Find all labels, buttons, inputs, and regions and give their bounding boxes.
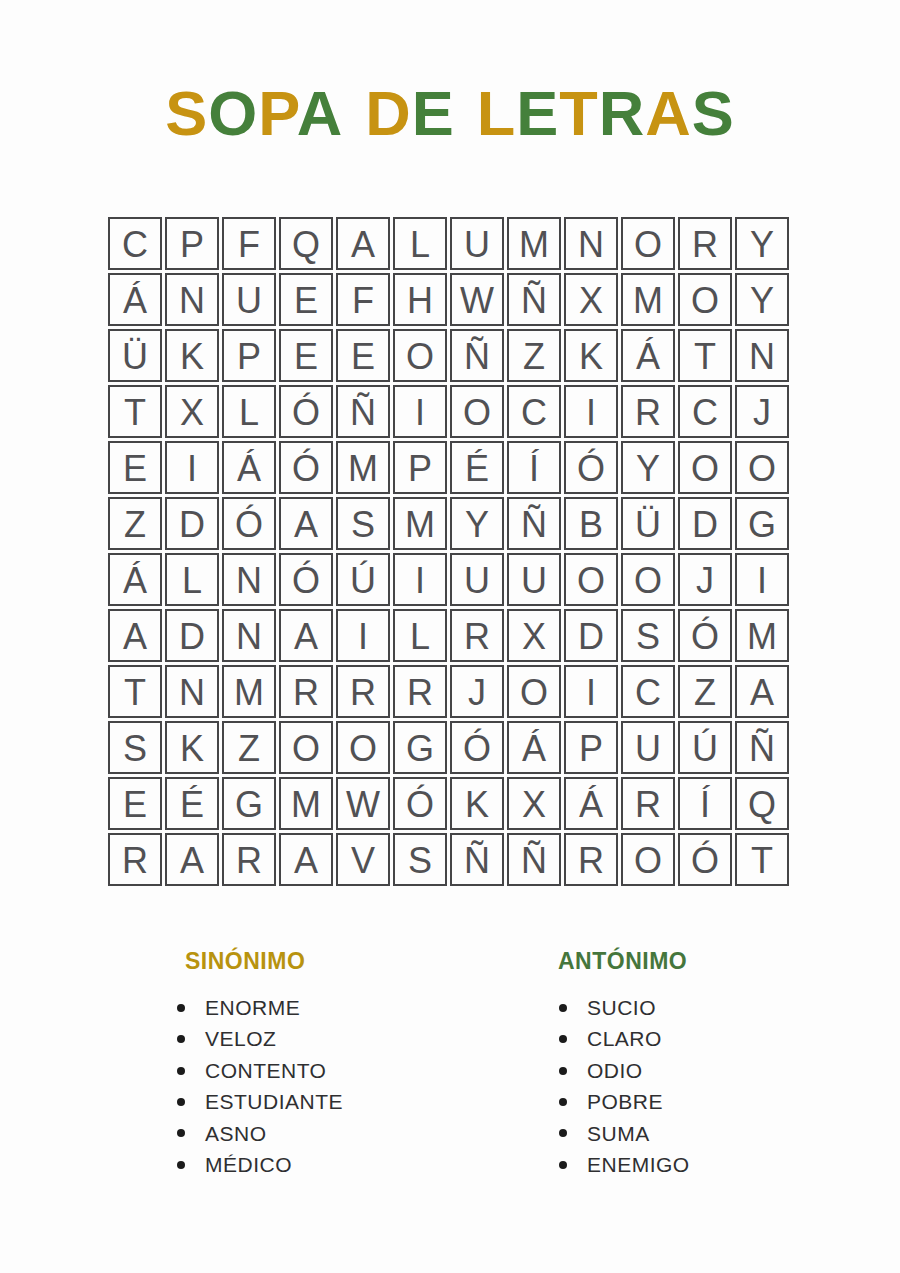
grid-cell-r12c2[interactable]: A	[165, 833, 219, 886]
grid-cell-r5c1[interactable]: E	[108, 441, 162, 494]
grid-cell-r2c2[interactable]: N	[165, 273, 219, 326]
grid-cell-r9c8[interactable]: O	[507, 665, 561, 718]
grid-cell-r4c11[interactable]: C	[678, 385, 732, 438]
grid-cell-r8c6[interactable]: L	[393, 609, 447, 662]
grid-cell-r9c5[interactable]: R	[336, 665, 390, 718]
grid-cell-r10c9[interactable]: P	[564, 721, 618, 774]
grid-cell-r12c10[interactable]: O	[621, 833, 675, 886]
grid-cell-r12c1[interactable]: R	[108, 833, 162, 886]
synonym-word: ASNO	[174, 1118, 343, 1149]
grid-cell-r11c7[interactable]: K	[450, 777, 504, 830]
grid-cell-r9c6[interactable]: R	[393, 665, 447, 718]
antonym-word: ODIO	[556, 1055, 690, 1086]
antonym-word-list: SUCIOCLAROODIOPOBRESUMAENEMIGO	[556, 992, 690, 1180]
grid-cell-r12c9[interactable]: R	[564, 833, 618, 886]
grid-cell-r2c7[interactable]: W	[450, 273, 504, 326]
grid-cell-r2c11[interactable]: O	[678, 273, 732, 326]
grid-cell-r11c4[interactable]: M	[279, 777, 333, 830]
grid-cell-r12c11[interactable]: Ó	[678, 833, 732, 886]
grid-cell-r4c8[interactable]: C	[507, 385, 561, 438]
grid-cell-r5c2[interactable]: I	[165, 441, 219, 494]
grid-cell-r3c1[interactable]: Ü	[108, 329, 162, 382]
title-letter: A	[645, 78, 692, 148]
grid-cell-r3c9[interactable]: K	[564, 329, 618, 382]
grid-cell-r8c12[interactable]: M	[735, 609, 789, 662]
grid-cell-r1c9[interactable]: N	[564, 217, 618, 270]
title-letter: E	[412, 78, 455, 148]
grid-cell-r2c4[interactable]: E	[279, 273, 333, 326]
grid-cell-r4c1[interactable]: T	[108, 385, 162, 438]
title-letter: S	[165, 78, 208, 148]
grid-cell-r8c4[interactable]: A	[279, 609, 333, 662]
word-search-grid: CPFQALUMNORYÁNUEFHWÑXMOYÜKPEEOÑZKÁTNTXLÓ…	[108, 217, 789, 886]
grid-cell-r2c9[interactable]: X	[564, 273, 618, 326]
grid-cell-r2c12[interactable]: Y	[735, 273, 789, 326]
grid-cell-r9c1[interactable]: T	[108, 665, 162, 718]
grid-cell-r8c9[interactable]: D	[564, 609, 618, 662]
grid-cell-r3c4[interactable]: E	[279, 329, 333, 382]
grid-cell-r8c2[interactable]: D	[165, 609, 219, 662]
grid-cell-r8c11[interactable]: Ó	[678, 609, 732, 662]
grid-cell-r7c2[interactable]: L	[165, 553, 219, 606]
grid-cell-r10c11[interactable]: Ú	[678, 721, 732, 774]
grid-cell-r4c2[interactable]: X	[165, 385, 219, 438]
grid-cell-r10c3[interactable]: Z	[222, 721, 276, 774]
grid-cell-r1c5[interactable]: A	[336, 217, 390, 270]
antonym-word: SUMA	[556, 1118, 690, 1149]
grid-cell-r10c6[interactable]: G	[393, 721, 447, 774]
grid-cell-r5c6[interactable]: P	[393, 441, 447, 494]
antonym-heading: ANTÓNIMO	[558, 948, 690, 975]
grid-cell-r8c7[interactable]: R	[450, 609, 504, 662]
grid-cell-r8c10[interactable]: S	[621, 609, 675, 662]
grid-cell-r10c10[interactable]: U	[621, 721, 675, 774]
grid-cell-r2c3[interactable]: U	[222, 273, 276, 326]
grid-cell-r11c2[interactable]: É	[165, 777, 219, 830]
grid-cell-r7c3[interactable]: N	[222, 553, 276, 606]
grid-cell-r5c7[interactable]: É	[450, 441, 504, 494]
grid-cell-r3c3[interactable]: P	[222, 329, 276, 382]
grid-cell-r6c12[interactable]: G	[735, 497, 789, 550]
grid-cell-r12c5[interactable]: V	[336, 833, 390, 886]
grid-cell-r4c5[interactable]: Ñ	[336, 385, 390, 438]
grid-cell-r4c4[interactable]: Ó	[279, 385, 333, 438]
synonym-word-list: ENORMEVELOZCONTENTOESTUDIANTEASNOMÉDICO	[174, 992, 343, 1180]
grid-cell-r3c2[interactable]: K	[165, 329, 219, 382]
grid-cell-r4c12[interactable]: J	[735, 385, 789, 438]
grid-cell-r12c8[interactable]: Ñ	[507, 833, 561, 886]
grid-cell-r10c1[interactable]: S	[108, 721, 162, 774]
grid-cell-r9c11[interactable]: Z	[678, 665, 732, 718]
grid-cell-r11c8[interactable]: X	[507, 777, 561, 830]
synonym-word: CONTENTO	[174, 1055, 343, 1086]
antonym-word: SUCIO	[556, 992, 690, 1023]
grid-cell-r11c9[interactable]: Á	[564, 777, 618, 830]
antonym-word: ENEMIGO	[556, 1149, 690, 1180]
grid-cell-r7c6[interactable]: I	[393, 553, 447, 606]
grid-cell-r6c10[interactable]: Ü	[621, 497, 675, 550]
grid-cell-r4c9[interactable]: I	[564, 385, 618, 438]
grid-cell-r10c8[interactable]: Á	[507, 721, 561, 774]
grid-cell-r5c3[interactable]: Á	[222, 441, 276, 494]
title-letter: A	[297, 78, 344, 148]
grid-cell-r1c3[interactable]: F	[222, 217, 276, 270]
grid-cell-r10c12[interactable]: Ñ	[735, 721, 789, 774]
antonym-word: CLARO	[556, 1023, 690, 1054]
grid-cell-r3c12[interactable]: N	[735, 329, 789, 382]
grid-cell-r6c7[interactable]: Y	[450, 497, 504, 550]
title-letter: E	[516, 78, 559, 148]
grid-cell-r6c5[interactable]: S	[336, 497, 390, 550]
grid-cell-r12c12[interactable]: T	[735, 833, 789, 886]
grid-cell-r8c3[interactable]: N	[222, 609, 276, 662]
grid-cell-r2c10[interactable]: M	[621, 273, 675, 326]
grid-cell-r7c7[interactable]: U	[450, 553, 504, 606]
grid-cell-r11c1[interactable]: E	[108, 777, 162, 830]
grid-cell-r8c1[interactable]: A	[108, 609, 162, 662]
grid-cell-r12c3[interactable]: R	[222, 833, 276, 886]
grid-cell-r1c11[interactable]: R	[678, 217, 732, 270]
title-letter: O	[208, 78, 258, 148]
antonym-word: POBRE	[556, 1086, 690, 1117]
grid-cell-r11c5[interactable]: W	[336, 777, 390, 830]
grid-cell-r11c11[interactable]: Í	[678, 777, 732, 830]
grid-cell-r5c10[interactable]: Y	[621, 441, 675, 494]
grid-cell-r9c3[interactable]: M	[222, 665, 276, 718]
grid-cell-r1c7[interactable]: U	[450, 217, 504, 270]
grid-cell-r11c6[interactable]: Ó	[393, 777, 447, 830]
grid-cell-r3c11[interactable]: T	[678, 329, 732, 382]
grid-cell-r5c11[interactable]: O	[678, 441, 732, 494]
grid-cell-r1c10[interactable]: O	[621, 217, 675, 270]
grid-cell-r11c10[interactable]: R	[621, 777, 675, 830]
grid-cell-r10c2[interactable]: K	[165, 721, 219, 774]
grid-cell-r4c6[interactable]: I	[393, 385, 447, 438]
grid-cell-r6c3[interactable]: Ó	[222, 497, 276, 550]
grid-cell-r9c12[interactable]: A	[735, 665, 789, 718]
grid-cell-r6c2[interactable]: D	[165, 497, 219, 550]
synonym-column: SINÓNIMO ENORMEVELOZCONTENTOESTUDIANTEAS…	[174, 948, 343, 1180]
synonym-word: MÉDICO	[174, 1149, 343, 1180]
grid-cell-r7c9[interactable]: O	[564, 553, 618, 606]
grid-cell-r8c8[interactable]: X	[507, 609, 561, 662]
grid-cell-r9c4[interactable]: R	[279, 665, 333, 718]
grid-cell-r3c5[interactable]: E	[336, 329, 390, 382]
grid-cell-r7c8[interactable]: U	[507, 553, 561, 606]
title-letter: L	[477, 78, 516, 148]
grid-cell-r11c3[interactable]: G	[222, 777, 276, 830]
grid-cell-r8c5[interactable]: I	[336, 609, 390, 662]
grid-cell-r2c5[interactable]: F	[336, 273, 390, 326]
grid-cell-r5c4[interactable]: Ó	[279, 441, 333, 494]
grid-cell-r2c6[interactable]: H	[393, 273, 447, 326]
grid-cell-r1c4[interactable]: Q	[279, 217, 333, 270]
grid-cell-r9c7[interactable]: J	[450, 665, 504, 718]
antonym-column: ANTÓNIMO SUCIOCLAROODIOPOBRESUMAENEMIGO	[556, 948, 690, 1180]
grid-cell-r7c5[interactable]: Ú	[336, 553, 390, 606]
grid-cell-r3c7[interactable]: Ñ	[450, 329, 504, 382]
synonym-word: ESTUDIANTE	[174, 1086, 343, 1117]
title-letter: D	[365, 78, 412, 148]
worksheet-page: SOPADELETRAS CPFQALUMNORYÁNUEFHWÑXMOYÜKP…	[0, 0, 900, 1273]
grid-cell-r4c7[interactable]: O	[450, 385, 504, 438]
grid-cell-r9c10[interactable]: C	[621, 665, 675, 718]
grid-cell-r10c5[interactable]: O	[336, 721, 390, 774]
grid-cell-r12c4[interactable]: A	[279, 833, 333, 886]
synonym-word: ENORME	[174, 992, 343, 1023]
grid-cell-r1c2[interactable]: P	[165, 217, 219, 270]
synonym-heading: SINÓNIMO	[185, 948, 343, 975]
title-letter: P	[258, 78, 296, 148]
grid-cell-r3c10[interactable]: Á	[621, 329, 675, 382]
grid-cell-r6c1[interactable]: Z	[108, 497, 162, 550]
grid-cell-r1c1[interactable]: C	[108, 217, 162, 270]
grid-cell-r12c7[interactable]: Ñ	[450, 833, 504, 886]
grid-cell-r3c8[interactable]: Z	[507, 329, 561, 382]
grid-cell-r7c12[interactable]: I	[735, 553, 789, 606]
grid-cell-r5c5[interactable]: M	[336, 441, 390, 494]
word-lists: SINÓNIMO ENORMEVELOZCONTENTOESTUDIANTEAS…	[0, 948, 900, 1208]
grid-cell-r6c4[interactable]: A	[279, 497, 333, 550]
grid-cell-r3c6[interactable]: O	[393, 329, 447, 382]
title-letter: S	[692, 78, 735, 148]
grid-cell-r6c9[interactable]: B	[564, 497, 618, 550]
grid-cell-r11c12[interactable]: Q	[735, 777, 789, 830]
grid-cell-r5c12[interactable]: O	[735, 441, 789, 494]
grid-cell-r10c7[interactable]: Ó	[450, 721, 504, 774]
title-letter: T	[559, 78, 598, 148]
grid-cell-r4c3[interactable]: L	[222, 385, 276, 438]
grid-cell-r10c4[interactable]: O	[279, 721, 333, 774]
grid-cell-r5c9[interactable]: Ó	[564, 441, 618, 494]
grid-cell-r7c10[interactable]: O	[621, 553, 675, 606]
grid-cell-r7c1[interactable]: Á	[108, 553, 162, 606]
grid-cell-r7c11[interactable]: J	[678, 553, 732, 606]
page-title: SOPADELETRAS	[0, 82, 900, 145]
grid-cell-r6c8[interactable]: Ñ	[507, 497, 561, 550]
grid-cell-r2c8[interactable]: Ñ	[507, 273, 561, 326]
title-letter: R	[599, 78, 646, 148]
grid-cell-r1c12[interactable]: Y	[735, 217, 789, 270]
grid-cell-r4c10[interactable]: R	[621, 385, 675, 438]
grid-cell-r5c8[interactable]: Í	[507, 441, 561, 494]
grid-cell-r1c8[interactable]: M	[507, 217, 561, 270]
grid-cell-r6c6[interactable]: M	[393, 497, 447, 550]
grid-cell-r1c6[interactable]: L	[393, 217, 447, 270]
grid-cell-r9c9[interactable]: I	[564, 665, 618, 718]
grid-cell-r12c6[interactable]: S	[393, 833, 447, 886]
synonym-word: VELOZ	[174, 1023, 343, 1054]
grid-cell-r6c11[interactable]: D	[678, 497, 732, 550]
grid-cell-r9c2[interactable]: N	[165, 665, 219, 718]
grid-cell-r7c4[interactable]: Ó	[279, 553, 333, 606]
grid-cell-r2c1[interactable]: Á	[108, 273, 162, 326]
